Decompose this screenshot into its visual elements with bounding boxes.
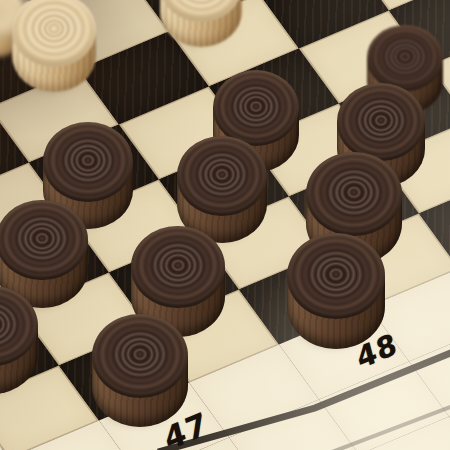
checkers-board-photo: 4748: [0, 0, 450, 450]
